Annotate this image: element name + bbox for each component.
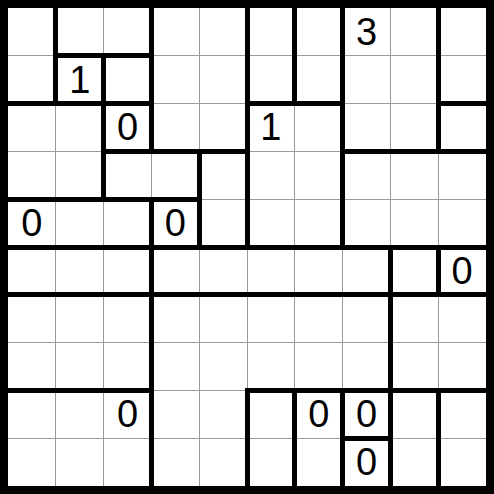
cell-r10c5[interactable] <box>199 438 247 486</box>
cell-r2c5[interactable] <box>199 56 247 104</box>
cell-r7c9[interactable] <box>390 295 438 343</box>
cell-r6c2[interactable] <box>56 247 104 295</box>
clue-value: 1 <box>260 108 281 146</box>
cell-r1c5[interactable] <box>199 8 247 56</box>
cell-r1c4[interactable] <box>151 8 199 56</box>
cell-r9c2[interactable] <box>56 390 104 438</box>
room-border-horizontal <box>245 388 489 393</box>
cell-r7c8[interactable] <box>343 295 391 343</box>
clue-value: 0 <box>356 443 377 481</box>
cell-r5c7[interactable] <box>295 199 343 247</box>
cell-r6c5[interactable] <box>199 247 247 295</box>
cell-r6c9[interactable] <box>390 247 438 295</box>
room-border-horizontal <box>6 197 202 202</box>
cell-r7c10[interactable] <box>438 295 486 343</box>
cell-r8c10[interactable] <box>438 343 486 391</box>
cell-r8c8[interactable] <box>343 343 391 391</box>
cell-r3c3[interactable]: 0 <box>104 104 152 152</box>
cell-r6c1[interactable] <box>8 247 56 295</box>
clue-value: 0 <box>356 395 377 433</box>
cell-r8c1[interactable] <box>8 343 56 391</box>
cell-r6c4[interactable] <box>151 247 199 295</box>
cell-r5c10[interactable] <box>438 199 486 247</box>
cell-r4c5[interactable] <box>199 151 247 199</box>
cell-r8c5[interactable] <box>199 343 247 391</box>
cell-r10c1[interactable] <box>8 438 56 486</box>
clue-value: 0 <box>308 395 329 433</box>
room-border-vertical <box>149 197 154 489</box>
cell-r3c8[interactable] <box>343 104 391 152</box>
room-border-vertical <box>149 6 154 154</box>
cell-r1c8[interactable]: 3 <box>343 8 391 56</box>
cell-r4c10[interactable] <box>438 151 486 199</box>
room-border-horizontal <box>340 149 488 154</box>
cell-r9c10[interactable] <box>438 390 486 438</box>
cell-r4c6[interactable] <box>247 151 295 199</box>
room-border-vertical <box>436 6 441 154</box>
cell-r2c10[interactable] <box>438 56 486 104</box>
clue-value: 3 <box>356 13 377 51</box>
cell-r8c4[interactable] <box>151 343 199 391</box>
cell-r9c7[interactable]: 0 <box>295 390 343 438</box>
grid-line-horizontal <box>8 342 486 343</box>
cell-r7c7[interactable] <box>295 295 343 343</box>
cell-r9c3[interactable]: 0 <box>104 390 152 438</box>
cell-r3c5[interactable] <box>199 104 247 152</box>
cell-r4c8[interactable] <box>343 151 391 199</box>
cell-r6c3[interactable] <box>104 247 152 295</box>
cell-r2c9[interactable] <box>390 56 438 104</box>
cell-r8c9[interactable] <box>390 343 438 391</box>
heyawake-board: 31010000000 <box>8 8 486 486</box>
cell-r1c9[interactable] <box>390 8 438 56</box>
cell-r9c4[interactable] <box>151 390 199 438</box>
clue-value: 0 <box>165 204 186 242</box>
room-border-horizontal <box>6 292 489 297</box>
cell-r3c2[interactable] <box>56 104 104 152</box>
cell-r7c3[interactable] <box>104 295 152 343</box>
cell-r2c8[interactable] <box>343 56 391 104</box>
room-border-horizontal <box>53 53 154 58</box>
room-border-horizontal <box>340 436 393 441</box>
cell-r5c6[interactable] <box>247 199 295 247</box>
room-border-horizontal <box>245 101 346 106</box>
room-border-vertical <box>245 6 250 250</box>
cell-r9c5[interactable] <box>199 390 247 438</box>
cell-r5c1[interactable]: 0 <box>8 199 56 247</box>
cell-r7c1[interactable] <box>8 295 56 343</box>
cell-r1c1[interactable] <box>8 8 56 56</box>
cell-r7c2[interactable] <box>56 295 104 343</box>
cell-r2c7[interactable] <box>295 56 343 104</box>
cell-r8c3[interactable] <box>104 343 152 391</box>
clue-value: 0 <box>117 395 138 433</box>
cell-r5c8[interactable] <box>343 199 391 247</box>
cell-r2c1[interactable] <box>8 56 56 104</box>
cell-r3c9[interactable] <box>390 104 438 152</box>
cell-r4c9[interactable] <box>390 151 438 199</box>
cell-r4c2[interactable] <box>56 151 104 199</box>
cell-r2c2[interactable]: 1 <box>56 56 104 104</box>
clue-value: 0 <box>21 204 42 242</box>
cell-r9c8[interactable]: 0 <box>343 390 391 438</box>
cell-r1c3[interactable] <box>104 8 152 56</box>
cell-r6c7[interactable] <box>295 247 343 295</box>
cell-r4c3[interactable] <box>104 151 152 199</box>
cell-r7c5[interactable] <box>199 295 247 343</box>
cell-r3c4[interactable] <box>151 104 199 152</box>
cell-r10c3[interactable] <box>104 438 152 486</box>
clue-value: 1 <box>69 61 90 99</box>
cell-r6c10[interactable]: 0 <box>438 247 486 295</box>
room-border-vertical <box>436 388 441 489</box>
cell-r6c8[interactable] <box>343 247 391 295</box>
cell-r6c6[interactable] <box>247 247 295 295</box>
cell-r2c3[interactable] <box>104 56 152 104</box>
room-border-vertical <box>388 245 393 489</box>
cell-r8c2[interactable] <box>56 343 104 391</box>
room-border-vertical <box>101 53 106 201</box>
cell-r5c3[interactable] <box>104 199 152 247</box>
cell-r3c10[interactable] <box>438 104 486 152</box>
cell-r4c7[interactable] <box>295 151 343 199</box>
cell-r10c10[interactable] <box>438 438 486 486</box>
cell-r7c6[interactable] <box>247 295 295 343</box>
clue-value: 0 <box>452 252 473 290</box>
cell-r8c6[interactable] <box>247 343 295 391</box>
room-border-horizontal <box>436 101 489 106</box>
cell-r1c7[interactable] <box>295 8 343 56</box>
cell-r3c6[interactable]: 1 <box>247 104 295 152</box>
cell-r9c9[interactable] <box>390 390 438 438</box>
cell-r5c2[interactable] <box>56 199 104 247</box>
cell-r5c9[interactable] <box>390 199 438 247</box>
room-border-horizontal <box>6 101 154 106</box>
cell-r10c4[interactable] <box>151 438 199 486</box>
cell-r9c1[interactable] <box>8 390 56 438</box>
cell-r5c4[interactable]: 0 <box>151 199 199 247</box>
cell-r10c7[interactable] <box>295 438 343 486</box>
room-border-vertical <box>292 6 297 107</box>
cell-r10c6[interactable] <box>247 438 295 486</box>
cell-r4c1[interactable] <box>8 151 56 199</box>
clue-value: 0 <box>117 108 138 146</box>
cell-r10c8[interactable]: 0 <box>343 438 391 486</box>
cell-r3c1[interactable] <box>8 104 56 152</box>
heyawake-puzzle: 31010000000 <box>0 0 494 494</box>
cell-r1c2[interactable] <box>56 8 104 56</box>
room-border-horizontal <box>101 149 249 154</box>
cell-r1c10[interactable] <box>438 8 486 56</box>
room-border-vertical <box>436 245 441 298</box>
cell-r7c4[interactable] <box>151 295 199 343</box>
cell-r5c5[interactable] <box>199 199 247 247</box>
room-border-horizontal <box>6 245 489 250</box>
cell-r10c2[interactable] <box>56 438 104 486</box>
room-border-vertical <box>340 6 345 250</box>
cell-r8c7[interactable] <box>295 343 343 391</box>
cell-r1c6[interactable] <box>247 8 295 56</box>
cell-r9c6[interactable] <box>247 390 295 438</box>
cell-r4c4[interactable] <box>151 151 199 199</box>
cell-r3c7[interactable] <box>295 104 343 152</box>
cell-r2c4[interactable] <box>151 56 199 104</box>
room-border-vertical <box>292 388 297 489</box>
room-border-horizontal <box>6 388 154 393</box>
room-border-vertical <box>245 388 250 489</box>
cell-r2c6[interactable] <box>247 56 295 104</box>
cell-r10c9[interactable] <box>390 438 438 486</box>
